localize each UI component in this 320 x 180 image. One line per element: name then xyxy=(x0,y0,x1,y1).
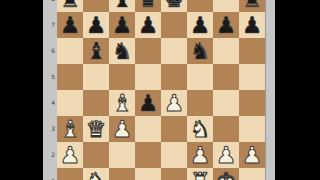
chess-app-window: ♜♝♛♚♜♟♟♟♟♟♟♟♝♞♞♝♟♟♝♛♟♞♟♟♟♟♞♜♚ 87654321 xyxy=(0,0,320,180)
white-king[interactable]: ♚ xyxy=(213,168,239,180)
rank-label-4: 4 xyxy=(43,90,56,116)
square-e5[interactable] xyxy=(161,64,187,90)
square-c6[interactable]: ♞ xyxy=(109,38,135,64)
square-h7[interactable]: ♟ xyxy=(239,12,265,38)
white-pawn[interactable]: ♟ xyxy=(213,142,239,168)
square-b7[interactable]: ♟ xyxy=(83,12,109,38)
square-e1[interactable] xyxy=(161,168,187,180)
square-c2[interactable] xyxy=(109,142,135,168)
black-pawn[interactable]: ♟ xyxy=(135,90,161,116)
rank-label-6: 6 xyxy=(43,38,56,64)
black-pawn[interactable]: ♟ xyxy=(213,12,239,38)
square-c7[interactable]: ♟ xyxy=(109,12,135,38)
square-d2[interactable] xyxy=(135,142,161,168)
square-f5[interactable] xyxy=(187,64,213,90)
square-e6[interactable] xyxy=(161,38,187,64)
square-g8[interactable] xyxy=(213,0,239,12)
square-f2[interactable]: ♟ xyxy=(187,142,213,168)
square-e4[interactable]: ♟ xyxy=(161,90,187,116)
black-pawn[interactable]: ♟ xyxy=(239,12,265,38)
square-e2[interactable] xyxy=(161,142,187,168)
square-d1[interactable] xyxy=(135,168,161,180)
square-b4[interactable] xyxy=(83,90,109,116)
square-h2[interactable]: ♟ xyxy=(239,142,265,168)
white-bishop[interactable]: ♝ xyxy=(57,116,83,142)
square-e7[interactable] xyxy=(161,12,187,38)
square-b8[interactable] xyxy=(83,0,109,12)
square-f6[interactable]: ♞ xyxy=(187,38,213,64)
square-a1[interactable] xyxy=(57,168,83,180)
square-e3[interactable] xyxy=(161,116,187,142)
square-b5[interactable] xyxy=(83,64,109,90)
square-c8[interactable]: ♝ xyxy=(109,0,135,12)
square-d3[interactable] xyxy=(135,116,161,142)
square-f3[interactable]: ♞ xyxy=(187,116,213,142)
white-queen[interactable]: ♛ xyxy=(83,116,109,142)
square-a6[interactable] xyxy=(57,38,83,64)
square-a7[interactable]: ♟ xyxy=(57,12,83,38)
black-pawn[interactable]: ♟ xyxy=(83,12,109,38)
rank-label-5: 5 xyxy=(43,64,56,90)
square-c3[interactable]: ♟ xyxy=(109,116,135,142)
square-a2[interactable]: ♟ xyxy=(57,142,83,168)
white-pawn[interactable]: ♟ xyxy=(161,90,187,116)
square-f8[interactable] xyxy=(187,0,213,12)
black-bishop[interactable]: ♝ xyxy=(109,0,135,12)
board-frame-right xyxy=(265,0,275,180)
white-knight[interactable]: ♞ xyxy=(187,116,213,142)
square-f4[interactable] xyxy=(187,90,213,116)
black-pawn[interactable]: ♟ xyxy=(135,12,161,38)
square-h6[interactable] xyxy=(239,38,265,64)
white-pawn[interactable]: ♟ xyxy=(109,116,135,142)
square-g3[interactable] xyxy=(213,116,239,142)
square-a4[interactable] xyxy=(57,90,83,116)
black-rook[interactable]: ♜ xyxy=(239,0,265,12)
square-c1[interactable] xyxy=(109,168,135,180)
square-b1[interactable]: ♞ xyxy=(83,168,109,180)
square-a3[interactable]: ♝ xyxy=(57,116,83,142)
square-d4[interactable]: ♟ xyxy=(135,90,161,116)
black-rook[interactable]: ♜ xyxy=(57,0,83,12)
square-g1[interactable]: ♚ xyxy=(213,168,239,180)
square-a5[interactable] xyxy=(57,64,83,90)
square-e8[interactable]: ♚ xyxy=(161,0,187,12)
square-a8[interactable]: ♜ xyxy=(57,0,83,12)
rank-label-7: 7 xyxy=(43,12,56,38)
square-b2[interactable] xyxy=(83,142,109,168)
white-knight[interactable]: ♞ xyxy=(83,168,109,180)
square-f1[interactable]: ♜ xyxy=(187,168,213,180)
square-c4[interactable]: ♝ xyxy=(109,90,135,116)
square-h3[interactable] xyxy=(239,116,265,142)
black-pawn[interactable]: ♟ xyxy=(57,12,83,38)
square-g2[interactable]: ♟ xyxy=(213,142,239,168)
rank-label-2: 2 xyxy=(43,142,56,168)
white-bishop[interactable]: ♝ xyxy=(109,90,135,116)
square-g6[interactable] xyxy=(213,38,239,64)
square-d5[interactable] xyxy=(135,64,161,90)
square-b6[interactable]: ♝ xyxy=(83,38,109,64)
white-pawn[interactable]: ♟ xyxy=(57,142,83,168)
black-bishop[interactable]: ♝ xyxy=(83,38,109,64)
black-pawn[interactable]: ♟ xyxy=(187,12,213,38)
square-g7[interactable]: ♟ xyxy=(213,12,239,38)
rank-label-8: 8 xyxy=(43,0,56,12)
white-pawn[interactable]: ♟ xyxy=(187,142,213,168)
chess-board: ♜♝♛♚♜♟♟♟♟♟♟♟♝♞♞♝♟♟♝♛♟♞♟♟♟♟♞♜♚ xyxy=(57,0,265,180)
square-b3[interactable]: ♛ xyxy=(83,116,109,142)
square-h4[interactable] xyxy=(239,90,265,116)
black-queen[interactable]: ♛ xyxy=(135,0,161,12)
black-king[interactable]: ♚ xyxy=(161,0,187,12)
square-g5[interactable] xyxy=(213,64,239,90)
rank-label-1: 1 xyxy=(43,168,56,180)
square-d8[interactable]: ♛ xyxy=(135,0,161,12)
black-pawn[interactable]: ♟ xyxy=(109,12,135,38)
square-c5[interactable] xyxy=(109,64,135,90)
square-g4[interactable] xyxy=(213,90,239,116)
square-h1[interactable] xyxy=(239,168,265,180)
black-knight[interactable]: ♞ xyxy=(109,38,135,64)
square-d7[interactable]: ♟ xyxy=(135,12,161,38)
square-f7[interactable]: ♟ xyxy=(187,12,213,38)
square-d6[interactable] xyxy=(135,38,161,64)
square-h8[interactable]: ♜ xyxy=(239,0,265,12)
rank-label-3: 3 xyxy=(43,116,56,142)
white-pawn[interactable]: ♟ xyxy=(239,142,265,168)
white-rook[interactable]: ♜ xyxy=(187,168,213,180)
square-h5[interactable] xyxy=(239,64,265,90)
black-knight[interactable]: ♞ xyxy=(187,38,213,64)
